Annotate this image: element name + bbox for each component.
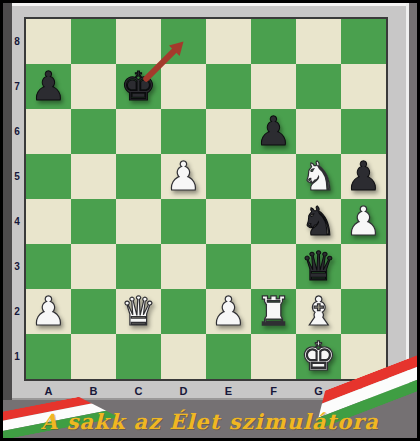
square-f1[interactable] (251, 334, 296, 379)
square-e1[interactable] (206, 334, 251, 379)
square-d8[interactable] (161, 19, 206, 64)
square-g6[interactable] (296, 109, 341, 154)
piece-white-rook[interactable]: ♜ (256, 289, 292, 334)
square-g8[interactable] (296, 19, 341, 64)
square-a4[interactable] (26, 199, 71, 244)
square-c7[interactable]: ♚ (116, 64, 161, 109)
square-c8[interactable] (116, 19, 161, 64)
rank-label-3: 3 (10, 244, 24, 289)
square-c1[interactable] (116, 334, 161, 379)
square-a6[interactable] (26, 109, 71, 154)
square-b1[interactable] (71, 334, 116, 379)
square-f5[interactable] (251, 154, 296, 199)
square-e4[interactable] (206, 199, 251, 244)
piece-white-pawn[interactable]: ♟ (346, 199, 382, 244)
square-e2[interactable]: ♟ (206, 289, 251, 334)
square-h8[interactable] (341, 19, 386, 64)
square-f2[interactable]: ♜ (251, 289, 296, 334)
square-g4[interactable]: ♞ (296, 199, 341, 244)
square-b8[interactable] (71, 19, 116, 64)
piece-white-bishop[interactable]: ♝ (301, 289, 337, 334)
square-e5[interactable] (206, 154, 251, 199)
square-f8[interactable] (251, 19, 296, 64)
square-d5[interactable]: ♟ (161, 154, 206, 199)
square-h3[interactable] (341, 244, 386, 289)
square-a3[interactable] (26, 244, 71, 289)
rank-labels: 87654321 (10, 19, 24, 379)
square-c2[interactable]: ♛ (116, 289, 161, 334)
square-g2[interactable]: ♝ (296, 289, 341, 334)
piece-black-queen[interactable]: ♛ (301, 244, 337, 289)
rank-label-4: 4 (10, 199, 24, 244)
rank-label-5: 5 (10, 154, 24, 199)
square-b7[interactable] (71, 64, 116, 109)
piece-black-pawn[interactable]: ♟ (31, 64, 67, 109)
board: ♟♚♟♟♞♟♞♟♛♟♛♟♜♝♚ (26, 19, 386, 379)
square-a7[interactable]: ♟ (26, 64, 71, 109)
piece-black-knight[interactable]: ♞ (301, 199, 337, 244)
square-d1[interactable] (161, 334, 206, 379)
square-c6[interactable] (116, 109, 161, 154)
square-h5[interactable]: ♟ (341, 154, 386, 199)
square-f6[interactable]: ♟ (251, 109, 296, 154)
square-c3[interactable] (116, 244, 161, 289)
square-e7[interactable] (206, 64, 251, 109)
file-label-b: B (71, 383, 116, 399)
piece-white-pawn[interactable]: ♟ (166, 154, 202, 199)
piece-white-king[interactable]: ♚ (301, 334, 337, 379)
square-c4[interactable] (116, 199, 161, 244)
square-b2[interactable] (71, 289, 116, 334)
piece-black-pawn[interactable]: ♟ (256, 109, 292, 154)
rank-label-1: 1 (10, 334, 24, 379)
square-h2[interactable] (341, 289, 386, 334)
file-label-e: E (206, 383, 251, 399)
file-label-f: F (251, 383, 296, 399)
square-g3[interactable]: ♛ (296, 244, 341, 289)
square-d6[interactable] (161, 109, 206, 154)
square-e8[interactable] (206, 19, 251, 64)
square-g1[interactable]: ♚ (296, 334, 341, 379)
square-d7[interactable] (161, 64, 206, 109)
piece-white-knight[interactable]: ♞ (301, 154, 337, 199)
file-label-d: D (161, 383, 206, 399)
piece-white-pawn[interactable]: ♟ (31, 289, 67, 334)
square-a5[interactable] (26, 154, 71, 199)
piece-black-pawn[interactable]: ♟ (346, 154, 382, 199)
rank-label-8: 8 (10, 19, 24, 64)
square-e6[interactable] (206, 109, 251, 154)
square-h4[interactable]: ♟ (341, 199, 386, 244)
rank-label-6: 6 (10, 109, 24, 154)
file-label-a: A (26, 383, 71, 399)
square-b5[interactable] (71, 154, 116, 199)
chess-screenshot: 87654321 ♟♚♟♟♞♟♞♟♛♟♛♟♜♝♚ ABCDEFGH A sakk… (0, 0, 420, 441)
piece-white-queen[interactable]: ♛ (121, 289, 157, 334)
square-a1[interactable] (26, 334, 71, 379)
square-f3[interactable] (251, 244, 296, 289)
caption-text: A sakk az Élet szimulátora (0, 404, 420, 438)
board-border: ♟♚♟♟♞♟♞♟♛♟♛♟♜♝♚ (24, 17, 388, 381)
square-a2[interactable]: ♟ (26, 289, 71, 334)
square-g7[interactable] (296, 64, 341, 109)
square-b6[interactable] (71, 109, 116, 154)
square-b3[interactable] (71, 244, 116, 289)
square-a8[interactable] (26, 19, 71, 64)
rank-label-2: 2 (10, 289, 24, 334)
square-b4[interactable] (71, 199, 116, 244)
piece-black-king[interactable]: ♚ (121, 64, 157, 109)
square-h7[interactable] (341, 64, 386, 109)
square-d2[interactable] (161, 289, 206, 334)
square-d4[interactable] (161, 199, 206, 244)
square-h6[interactable] (341, 109, 386, 154)
square-g5[interactable]: ♞ (296, 154, 341, 199)
piece-white-pawn[interactable]: ♟ (211, 289, 247, 334)
rank-label-7: 7 (10, 64, 24, 109)
square-d3[interactable] (161, 244, 206, 289)
file-label-c: C (116, 383, 161, 399)
square-e3[interactable] (206, 244, 251, 289)
frame-highlight-top (3, 3, 409, 6)
square-f7[interactable] (251, 64, 296, 109)
frame-highlight-right (406, 3, 409, 400)
square-c5[interactable] (116, 154, 161, 199)
square-f4[interactable] (251, 199, 296, 244)
